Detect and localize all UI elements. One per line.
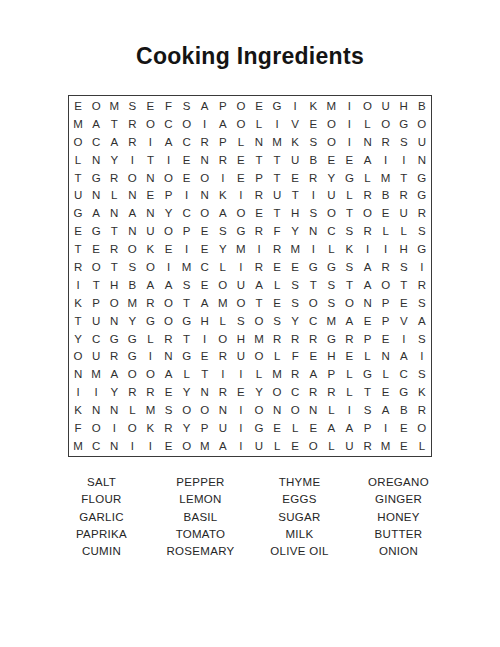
grid-cell: S bbox=[178, 97, 196, 115]
grid-cell: O bbox=[141, 365, 159, 383]
grid-cell: O bbox=[123, 240, 141, 258]
grid-cell: T bbox=[196, 365, 214, 383]
grid-cell: N bbox=[123, 186, 141, 204]
grid-cell: U bbox=[395, 204, 413, 222]
grid-cell: F bbox=[268, 222, 286, 240]
grid-cell: I bbox=[196, 115, 214, 133]
grid-cell: R bbox=[268, 240, 286, 258]
grid-cell: A bbox=[413, 312, 431, 330]
grid-cell: G bbox=[232, 222, 250, 240]
grid-cell: I bbox=[232, 437, 250, 455]
grid-cell: N bbox=[214, 401, 232, 419]
grid-cell: E bbox=[286, 258, 304, 276]
grid-cell: R bbox=[359, 437, 377, 455]
grid-cell: R bbox=[214, 347, 232, 365]
grid-cell: Y bbox=[105, 383, 123, 401]
grid-cell: O bbox=[304, 437, 322, 455]
grid-cell: R bbox=[250, 186, 268, 204]
grid-cell: O bbox=[232, 115, 250, 133]
grid-cell: L bbox=[359, 115, 377, 133]
grid-cell: R bbox=[123, 133, 141, 151]
word-list-item: LEMON bbox=[151, 491, 250, 508]
grid-cell: E bbox=[178, 151, 196, 169]
grid-cell: N bbox=[141, 169, 159, 187]
grid-cell: C bbox=[178, 204, 196, 222]
grid-cell: G bbox=[322, 258, 340, 276]
word-list-item: GINGER bbox=[349, 491, 448, 508]
grid-cell: O bbox=[178, 115, 196, 133]
grid-cell: O bbox=[377, 276, 395, 294]
grid-cell: T bbox=[141, 151, 159, 169]
grid-cell: N bbox=[159, 347, 177, 365]
grid-cell: M bbox=[322, 312, 340, 330]
grid-cell: I bbox=[268, 115, 286, 133]
grid-cell: G bbox=[359, 365, 377, 383]
grid-cell: O bbox=[250, 401, 268, 419]
grid-cell: O bbox=[141, 115, 159, 133]
grid-cell: U bbox=[413, 133, 431, 151]
grid-cell: E bbox=[304, 419, 322, 437]
grid-cell: V bbox=[395, 312, 413, 330]
grid-cell: M bbox=[322, 97, 340, 115]
grid-cell: I bbox=[413, 258, 431, 276]
grid-cell: S bbox=[214, 222, 232, 240]
grid-cell: G bbox=[268, 97, 286, 115]
grid-cell: A bbox=[159, 365, 177, 383]
grid-cell: C bbox=[87, 330, 105, 348]
grid-cell: E bbox=[377, 330, 395, 348]
grid-cell: Y bbox=[69, 330, 87, 348]
grid-cell: R bbox=[123, 115, 141, 133]
grid-cell: A bbox=[87, 115, 105, 133]
grid-cell: M bbox=[141, 401, 159, 419]
grid-cell: O bbox=[141, 258, 159, 276]
grid-cell: T bbox=[69, 169, 87, 187]
grid-cell: M bbox=[268, 133, 286, 151]
grid-cell: I bbox=[178, 186, 196, 204]
word-list-item: ONION bbox=[349, 543, 448, 560]
word-list-item: MILK bbox=[250, 526, 349, 543]
grid-cell: T bbox=[340, 204, 358, 222]
grid-cell: N bbox=[141, 204, 159, 222]
grid-cell: S bbox=[413, 365, 431, 383]
grid-cell: L bbox=[268, 437, 286, 455]
grid-cell: P bbox=[250, 169, 268, 187]
grid-cell: E bbox=[377, 383, 395, 401]
grid-cell: N bbox=[87, 186, 105, 204]
grid-cell: L bbox=[214, 258, 232, 276]
grid-cell: H bbox=[196, 312, 214, 330]
grid-cell: L bbox=[250, 115, 268, 133]
grid-cell: T bbox=[268, 151, 286, 169]
grid-cell: A bbox=[105, 365, 123, 383]
grid-cell: C bbox=[196, 258, 214, 276]
grid-cell: I bbox=[232, 365, 250, 383]
grid-cell: P bbox=[214, 133, 232, 151]
grid-cell: S bbox=[232, 312, 250, 330]
grid-cell: T bbox=[395, 276, 413, 294]
letter-grid: EOMSEFSAPOEGIKMIOUHBMATROCOIAOLIVEOILOGO… bbox=[68, 95, 432, 457]
grid-cell: N bbox=[105, 401, 123, 419]
word-list: SALTPEPPERTHYMEOREGANOFLOURLEMONEGGSGING… bbox=[52, 474, 448, 561]
grid-cell: G bbox=[123, 330, 141, 348]
grid-cell: O bbox=[159, 312, 177, 330]
grid-cell: I bbox=[214, 365, 232, 383]
grid-cell: N bbox=[105, 437, 123, 455]
grid-cell: U bbox=[377, 97, 395, 115]
grid-cell: I bbox=[304, 186, 322, 204]
grid-cell: M bbox=[214, 294, 232, 312]
grid-cell: M bbox=[69, 115, 87, 133]
grid-cell: I bbox=[141, 133, 159, 151]
grid-cell: T bbox=[340, 276, 358, 294]
grid-cell: E bbox=[196, 276, 214, 294]
grid-cell: R bbox=[340, 330, 358, 348]
grid-cell: E bbox=[141, 97, 159, 115]
grid-cell: B bbox=[304, 151, 322, 169]
grid-cell: Y bbox=[178, 383, 196, 401]
grid-cell: A bbox=[105, 133, 123, 151]
grid-cell: I bbox=[413, 347, 431, 365]
grid-cell: A bbox=[214, 115, 232, 133]
grid-cell: I bbox=[340, 97, 358, 115]
grid-cell: U bbox=[87, 347, 105, 365]
grid-cell: A bbox=[214, 437, 232, 455]
grid-cell: F bbox=[159, 97, 177, 115]
grid-cell: N bbox=[304, 401, 322, 419]
grid-cell: M bbox=[286, 240, 304, 258]
grid-cell: R bbox=[105, 169, 123, 187]
word-list-item: ROSEMARY bbox=[151, 543, 250, 560]
grid-cell: O bbox=[359, 97, 377, 115]
grid-cell: N bbox=[87, 151, 105, 169]
grid-cell: S bbox=[395, 258, 413, 276]
grid-cell: M bbox=[377, 169, 395, 187]
grid-cell: G bbox=[413, 169, 431, 187]
grid-cell: G bbox=[413, 240, 431, 258]
grid-cell: P bbox=[87, 294, 105, 312]
grid-cell: R bbox=[395, 186, 413, 204]
grid-cell: L bbox=[322, 437, 340, 455]
grid-cell: R bbox=[196, 133, 214, 151]
grid-cell: O bbox=[196, 401, 214, 419]
grid-cell: E bbox=[268, 294, 286, 312]
grid-cell: G bbox=[178, 347, 196, 365]
grid-cell: Y bbox=[250, 383, 268, 401]
grid-cell: Y bbox=[322, 169, 340, 187]
grid-cell: S bbox=[286, 294, 304, 312]
grid-cell: S bbox=[340, 222, 358, 240]
grid-cell: G bbox=[340, 169, 358, 187]
grid-cell: M bbox=[377, 437, 395, 455]
grid-cell: G bbox=[178, 312, 196, 330]
grid-cell: E bbox=[395, 437, 413, 455]
grid-cell: T bbox=[105, 115, 123, 133]
grid-cell: R bbox=[377, 258, 395, 276]
grid-cell: C bbox=[87, 133, 105, 151]
grid-cell: H bbox=[395, 240, 413, 258]
grid-cell: U bbox=[141, 222, 159, 240]
grid-cell: R bbox=[105, 347, 123, 365]
grid-cell: R bbox=[250, 258, 268, 276]
grid-cell: O bbox=[322, 204, 340, 222]
grid-cell: E bbox=[196, 347, 214, 365]
grid-cell: C bbox=[395, 365, 413, 383]
grid-cell: M bbox=[105, 97, 123, 115]
grid-cell: S bbox=[395, 133, 413, 151]
grid-cell: A bbox=[359, 151, 377, 169]
grid-cell: G bbox=[69, 204, 87, 222]
grid-cell: L bbox=[250, 365, 268, 383]
grid-cell: E bbox=[196, 240, 214, 258]
grid-cell: F bbox=[69, 419, 87, 437]
grid-cell: R bbox=[268, 330, 286, 348]
grid-cell: M bbox=[250, 330, 268, 348]
grid-cell: L bbox=[268, 347, 286, 365]
grid-cell: S bbox=[159, 401, 177, 419]
grid-cell: O bbox=[123, 365, 141, 383]
grid-cell: N bbox=[413, 151, 431, 169]
grid-cell: O bbox=[286, 401, 304, 419]
grid-cell: U bbox=[69, 186, 87, 204]
grid-cell: T bbox=[105, 222, 123, 240]
grid-cell: I bbox=[304, 240, 322, 258]
grid-cell: A bbox=[359, 258, 377, 276]
grid-cell: I bbox=[87, 383, 105, 401]
grid-cell: O bbox=[123, 169, 141, 187]
grid-cell: L bbox=[340, 186, 358, 204]
grid-cell: N bbox=[377, 347, 395, 365]
grid-cell: P bbox=[377, 312, 395, 330]
grid-cell: G bbox=[304, 258, 322, 276]
grid-cell: R bbox=[413, 276, 431, 294]
grid-cell: S bbox=[359, 401, 377, 419]
grid-cell: L bbox=[105, 186, 123, 204]
grid-cell: O bbox=[159, 169, 177, 187]
grid-cell: Y bbox=[286, 222, 304, 240]
grid-cell: A bbox=[159, 276, 177, 294]
grid-cell: G bbox=[105, 330, 123, 348]
grid-cell: E bbox=[159, 240, 177, 258]
grid-cell: O bbox=[196, 204, 214, 222]
grid-cell: O bbox=[359, 204, 377, 222]
word-list-item: PAPRIKA bbox=[52, 526, 151, 543]
grid-cell: R bbox=[214, 383, 232, 401]
grid-cell: L bbox=[340, 383, 358, 401]
grid-cell: R bbox=[250, 222, 268, 240]
grid-cell: K bbox=[214, 186, 232, 204]
grid-cell: I bbox=[141, 347, 159, 365]
grid-cell: O bbox=[214, 330, 232, 348]
grid-cell: Y bbox=[214, 240, 232, 258]
grid-cell: A bbox=[250, 276, 268, 294]
grid-cell: E bbox=[268, 419, 286, 437]
grid-cell: I bbox=[377, 151, 395, 169]
grid-cell: O bbox=[214, 276, 232, 294]
grid-cell: O bbox=[123, 419, 141, 437]
grid-cell: I bbox=[340, 115, 358, 133]
grid-cell: P bbox=[214, 97, 232, 115]
grid-cell: M bbox=[268, 365, 286, 383]
grid-cell: R bbox=[286, 365, 304, 383]
grid-cell: V bbox=[286, 115, 304, 133]
grid-cell: R bbox=[359, 186, 377, 204]
grid-cell: R bbox=[304, 330, 322, 348]
grid-cell: N bbox=[359, 294, 377, 312]
grid-cell: I bbox=[395, 330, 413, 348]
grid-cell: I bbox=[377, 419, 395, 437]
grid-cell: S bbox=[322, 294, 340, 312]
grid-cell: I bbox=[214, 169, 232, 187]
grid-cell: K bbox=[286, 133, 304, 151]
grid-cell: L bbox=[377, 365, 395, 383]
grid-cell: G bbox=[413, 186, 431, 204]
word-list-item: FLOUR bbox=[52, 491, 151, 508]
grid-cell: I bbox=[232, 186, 250, 204]
grid-cell: P bbox=[359, 330, 377, 348]
grid-cell: E bbox=[395, 419, 413, 437]
grid-cell: E bbox=[232, 383, 250, 401]
grid-cell: K bbox=[69, 401, 87, 419]
grid-cell: I bbox=[232, 419, 250, 437]
grid-cell: T bbox=[250, 151, 268, 169]
grid-cell: N bbox=[196, 383, 214, 401]
grid-cell: O bbox=[69, 347, 87, 365]
grid-cell: G bbox=[395, 115, 413, 133]
grid-cell: O bbox=[105, 294, 123, 312]
grid-cell: O bbox=[322, 115, 340, 133]
grid-cell: S bbox=[286, 276, 304, 294]
grid-cell: G bbox=[250, 419, 268, 437]
grid-cell: S bbox=[340, 258, 358, 276]
grid-cell: R bbox=[123, 383, 141, 401]
grid-cell: R bbox=[286, 330, 304, 348]
grid-cell: O bbox=[159, 294, 177, 312]
grid-cell: I bbox=[196, 330, 214, 348]
grid-cell: O bbox=[159, 222, 177, 240]
grid-cell: L bbox=[141, 330, 159, 348]
grid-cell: K bbox=[141, 419, 159, 437]
grid-cell: T bbox=[304, 276, 322, 294]
grid-cell: L bbox=[322, 240, 340, 258]
grid-cell: L bbox=[268, 276, 286, 294]
grid-cell: E bbox=[141, 186, 159, 204]
grid-cell: O bbox=[87, 419, 105, 437]
puzzle-page: Cooking Ingredients EOMSEFSAPOEGIKMIOUHB… bbox=[0, 0, 500, 647]
grid-cell: E bbox=[159, 437, 177, 455]
grid-cell: B bbox=[377, 186, 395, 204]
grid-cell: R bbox=[141, 383, 159, 401]
grid-cell: I bbox=[69, 276, 87, 294]
grid-cell: G bbox=[87, 169, 105, 187]
grid-cell: E bbox=[359, 312, 377, 330]
puzzle-title: Cooking Ingredients bbox=[0, 0, 500, 70]
grid-cell: A bbox=[141, 276, 159, 294]
grid-cell: L bbox=[377, 222, 395, 240]
grid-cell: E bbox=[69, 97, 87, 115]
grid-cell: T bbox=[69, 312, 87, 330]
grid-cell: S bbox=[304, 204, 322, 222]
grid-cell: I bbox=[232, 401, 250, 419]
word-list-item: OREGANO bbox=[349, 474, 448, 491]
grid-cell: I bbox=[123, 437, 141, 455]
grid-cell: A bbox=[340, 312, 358, 330]
grid-cell: G bbox=[87, 222, 105, 240]
grid-cell: N bbox=[250, 133, 268, 151]
grid-cell: P bbox=[359, 419, 377, 437]
grid-cell: S bbox=[413, 330, 431, 348]
grid-cell: G bbox=[141, 312, 159, 330]
grid-cell: E bbox=[232, 151, 250, 169]
grid-cell: S bbox=[268, 312, 286, 330]
grid-cell: B bbox=[123, 276, 141, 294]
grid-cell: L bbox=[69, 151, 87, 169]
grid-cell: R bbox=[105, 240, 123, 258]
grid-cell: A bbox=[196, 97, 214, 115]
grid-cell: C bbox=[159, 115, 177, 133]
grid-cell: P bbox=[196, 419, 214, 437]
grid-cell: L bbox=[359, 169, 377, 187]
grid-cell: U bbox=[250, 437, 268, 455]
grid-cell: N bbox=[123, 222, 141, 240]
grid-cell: I bbox=[340, 133, 358, 151]
grid-cell: U bbox=[340, 437, 358, 455]
grid-cell: R bbox=[359, 222, 377, 240]
grid-cell: I bbox=[105, 419, 123, 437]
grid-cell: L bbox=[178, 365, 196, 383]
grid-cell: R bbox=[322, 383, 340, 401]
grid-cell: L bbox=[322, 401, 340, 419]
grid-cell: P bbox=[322, 365, 340, 383]
grid-cell: O bbox=[340, 294, 358, 312]
grid-cell: I bbox=[359, 240, 377, 258]
grid-cell: O bbox=[250, 312, 268, 330]
grid-cell: Y bbox=[178, 419, 196, 437]
grid-cell: R bbox=[413, 401, 431, 419]
grid-cell: C bbox=[286, 383, 304, 401]
grid-cell: R bbox=[304, 383, 322, 401]
word-list-item: GARLIC bbox=[52, 509, 151, 526]
grid-cell: M bbox=[123, 294, 141, 312]
grid-cell: R bbox=[413, 204, 431, 222]
grid-cell: L bbox=[413, 437, 431, 455]
grid-cell: O bbox=[322, 133, 340, 151]
grid-cell: O bbox=[178, 437, 196, 455]
grid-cell: S bbox=[413, 294, 431, 312]
grid-cell: H bbox=[322, 347, 340, 365]
grid-cell: O bbox=[268, 383, 286, 401]
grid-cell: H bbox=[395, 97, 413, 115]
grid-cell: G bbox=[322, 330, 340, 348]
grid-cell: R bbox=[377, 133, 395, 151]
grid-cell: T bbox=[395, 169, 413, 187]
grid-cell: O bbox=[232, 204, 250, 222]
grid-cell: E bbox=[87, 240, 105, 258]
grid-cell: R bbox=[304, 169, 322, 187]
grid-cell: U bbox=[268, 186, 286, 204]
grid-cell: E bbox=[304, 347, 322, 365]
grid-cell: K bbox=[69, 294, 87, 312]
grid-cell: B bbox=[413, 97, 431, 115]
word-list-item: PEPPER bbox=[151, 474, 250, 491]
grid-cell: U bbox=[214, 419, 232, 437]
grid-cell: I bbox=[178, 240, 196, 258]
grid-cell: E bbox=[304, 115, 322, 133]
grid-cell: K bbox=[304, 97, 322, 115]
grid-cell: N bbox=[304, 222, 322, 240]
grid-cell: O bbox=[196, 169, 214, 187]
grid-cell: I bbox=[395, 151, 413, 169]
